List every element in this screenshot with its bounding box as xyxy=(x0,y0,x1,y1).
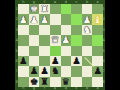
square-b7[interactable] xyxy=(82,66,93,76)
square-h1[interactable] xyxy=(18,4,29,14)
square-g3[interactable] xyxy=(29,25,40,35)
black-pawn[interactable]: ♟ xyxy=(30,66,39,76)
square-g4[interactable] xyxy=(29,35,40,45)
square-a6[interactable] xyxy=(92,56,103,66)
black-queen[interactable]: ♛ xyxy=(62,77,71,87)
white-bishop[interactable]: ♝ xyxy=(93,15,102,25)
screenshot-letterbox: hgfedcba 12345678 12345678 hgfedcba ♚♜♟♟… xyxy=(0,0,120,90)
square-d8[interactable]: ♛ xyxy=(61,77,72,87)
white-king[interactable]: ♚ xyxy=(30,4,39,14)
black-knight[interactable]: ♞ xyxy=(51,66,60,76)
square-h6[interactable]: ♟ xyxy=(18,56,29,66)
square-f3[interactable] xyxy=(39,25,50,35)
square-h7[interactable] xyxy=(18,66,29,76)
square-a7[interactable]: ♟ xyxy=(92,66,103,76)
white-knight[interactable]: ♞ xyxy=(83,25,92,35)
square-d4[interactable]: ♟ xyxy=(61,35,72,45)
square-d1[interactable] xyxy=(61,4,72,14)
square-f8[interactable]: ♜ xyxy=(39,77,50,87)
square-b2[interactable]: ♟ xyxy=(82,14,93,24)
square-e6[interactable]: ♟ xyxy=(50,56,61,66)
square-d3[interactable] xyxy=(61,25,72,35)
white-pawn[interactable]: ♟ xyxy=(83,15,92,25)
white-rook[interactable]: ♜ xyxy=(40,4,49,14)
square-h8[interactable] xyxy=(18,77,29,87)
square-g2[interactable]: ♟ xyxy=(29,14,40,24)
square-a5[interactable] xyxy=(92,46,103,56)
square-c7[interactable] xyxy=(71,66,82,76)
square-e2[interactable] xyxy=(50,14,61,24)
square-b1[interactable] xyxy=(82,4,93,14)
square-e4[interactable]: ♛ xyxy=(50,35,61,45)
square-c1[interactable] xyxy=(71,4,82,14)
square-g5[interactable] xyxy=(29,46,40,56)
square-g8[interactable]: ♚ xyxy=(29,77,40,87)
square-g6[interactable] xyxy=(29,56,40,66)
black-pawn[interactable]: ♟ xyxy=(51,56,60,66)
square-f6[interactable] xyxy=(39,56,50,66)
square-a8[interactable] xyxy=(92,77,103,87)
square-b4[interactable] xyxy=(82,35,93,45)
square-f2[interactable]: ♟ xyxy=(39,14,50,24)
square-f7[interactable]: ♟ xyxy=(39,66,50,76)
square-a1[interactable] xyxy=(92,4,103,14)
square-e5[interactable] xyxy=(50,46,61,56)
square-b3[interactable]: ♞ xyxy=(82,25,93,35)
white-pawn[interactable]: ♟ xyxy=(62,35,71,45)
black-pawn[interactable]: ♟ xyxy=(40,66,49,76)
square-h4[interactable] xyxy=(18,35,29,45)
square-f5[interactable] xyxy=(39,46,50,56)
square-b8[interactable] xyxy=(82,77,93,87)
square-c3[interactable] xyxy=(71,25,82,35)
square-a4[interactable] xyxy=(92,35,103,45)
chess-board[interactable]: hgfedcba 12345678 12345678 hgfedcba ♚♜♟♟… xyxy=(15,0,105,90)
square-h5[interactable] xyxy=(18,46,29,56)
black-king[interactable]: ♚ xyxy=(30,77,39,87)
square-h3[interactable] xyxy=(18,25,29,35)
square-d5[interactable] xyxy=(61,46,72,56)
square-f1[interactable]: ♜ xyxy=(39,4,50,14)
square-e7[interactable]: ♞ xyxy=(50,66,61,76)
square-h2[interactable]: ♟ xyxy=(18,14,29,24)
square-c8[interactable] xyxy=(71,77,82,87)
square-a2[interactable]: ♝ xyxy=(92,14,103,24)
board-grid: ♚♜♟♟♟♟♝♞♛♟♟♟♟♟♟♞♟♚♜♛ xyxy=(18,4,103,87)
white-queen[interactable]: ♛ xyxy=(51,35,60,45)
black-pawn[interactable]: ♟ xyxy=(19,56,28,66)
white-pawn[interactable]: ♟ xyxy=(30,15,39,25)
black-pawn[interactable]: ♟ xyxy=(72,56,81,66)
square-f4[interactable] xyxy=(39,35,50,45)
square-e3[interactable] xyxy=(50,25,61,35)
square-d7[interactable] xyxy=(61,66,72,76)
square-b5[interactable] xyxy=(82,46,93,56)
square-c4[interactable] xyxy=(71,35,82,45)
black-rook[interactable]: ♜ xyxy=(40,77,49,87)
square-e1[interactable] xyxy=(50,4,61,14)
square-c5[interactable] xyxy=(71,46,82,56)
white-pawn[interactable]: ♟ xyxy=(40,15,49,25)
black-pawn[interactable]: ♟ xyxy=(93,66,102,76)
white-pawn[interactable]: ♟ xyxy=(19,15,28,25)
square-e8[interactable] xyxy=(50,77,61,87)
square-d2[interactable] xyxy=(61,14,72,24)
square-g7[interactable]: ♟ xyxy=(29,66,40,76)
square-c2[interactable] xyxy=(71,14,82,24)
square-g1[interactable]: ♚ xyxy=(29,4,40,14)
square-a3[interactable] xyxy=(92,25,103,35)
square-c6[interactable]: ♟ xyxy=(71,56,82,66)
square-d6[interactable] xyxy=(61,56,72,66)
